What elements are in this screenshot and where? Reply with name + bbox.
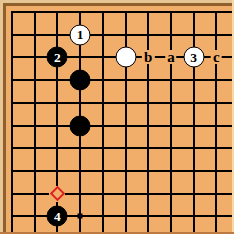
- point-label-text: a: [165, 50, 177, 64]
- grid-hline: [11, 193, 234, 195]
- grid-vline: [147, 11, 149, 234]
- grid-vline: [170, 11, 172, 234]
- white-stone-1: 1: [70, 24, 91, 45]
- black-stone: [70, 115, 91, 136]
- grid-hline: [11, 170, 234, 172]
- point-label-text: b: [142, 50, 154, 64]
- white-stone-glyph: [115, 47, 136, 68]
- grid-vline: [34, 11, 36, 234]
- white-stone: [115, 47, 136, 68]
- go-board-diagram: 1234bac: [0, 0, 234, 234]
- grid-vline: [11, 11, 13, 234]
- point-label-text: c: [211, 50, 222, 64]
- diamond-marker: [49, 186, 65, 202]
- frame-top-highlight: [0, 0, 234, 3]
- grid-hline: [11, 125, 234, 127]
- grid-hline: [11, 34, 234, 36]
- white-stone-glyph: 1: [70, 24, 91, 45]
- grid-vline: [102, 11, 104, 234]
- grid-hline: [11, 215, 234, 217]
- point-label-c: c: [211, 50, 222, 64]
- point-label-a: a: [165, 50, 177, 64]
- white-stone-glyph: 3: [183, 47, 204, 68]
- board-top-edge-line: [2, 3, 232, 6]
- frame-right-highlight: [232, 0, 235, 234]
- star-point: [78, 214, 83, 219]
- grid-vline: [125, 11, 127, 234]
- frame-left-highlight: [0, 0, 3, 234]
- grid-hline: [11, 11, 234, 13]
- frame-bottom-shadow: [0, 232, 234, 235]
- black-stone-glyph: [70, 70, 91, 91]
- board-left-edge-line: [3, 2, 6, 234]
- hoshi-dot: [78, 214, 83, 219]
- white-stone-3: 3: [183, 47, 204, 68]
- black-stone-glyph: 2: [47, 47, 68, 68]
- black-stone-4: 4: [47, 206, 68, 227]
- point-label-b: b: [142, 50, 154, 64]
- grid-hline: [11, 102, 234, 104]
- grid-vline: [193, 11, 195, 234]
- grid-hline: [11, 79, 234, 81]
- grid-vline: [215, 11, 217, 234]
- grid-hline: [11, 147, 234, 149]
- black-stone-glyph: [70, 115, 91, 136]
- black-stone: [70, 70, 91, 91]
- black-stone-glyph: 4: [47, 206, 68, 227]
- red-diamond-icon: [50, 186, 66, 202]
- black-stone-2: 2: [47, 47, 68, 68]
- marker-background-patch: [49, 186, 65, 202]
